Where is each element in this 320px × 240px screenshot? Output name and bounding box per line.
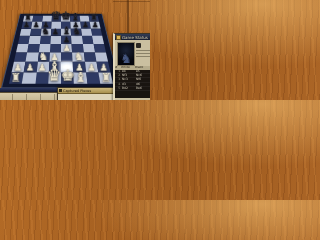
game-status-window[interactable]: Game Status ♞ # White Black 1.e4e52.Nf3N… <box>113 33 150 100</box>
piece-white-n: ♞ <box>74 51 84 62</box>
game-status-titlebar[interactable]: Game Status <box>115 34 150 40</box>
move-cell: 5. <box>115 87 122 90</box>
square-c7[interactable]: ♟ <box>41 22 51 29</box>
square-c6[interactable]: ♞ <box>40 29 51 36</box>
opponent-info <box>136 43 150 59</box>
board-frame: ♜♛♚♝♜♟♟♟♟♟♟♞♟♝♞♟♟♞♟♞♟♟♟♝♟♟♟♜♛♚♝♜ <box>1 14 121 88</box>
piece-black-r: ♜ <box>90 13 98 22</box>
square-c5[interactable] <box>39 36 50 44</box>
square-h4[interactable] <box>93 44 106 53</box>
piece-black-p: ♟ <box>52 28 59 36</box>
toolbar-separator <box>40 94 41 100</box>
panel-footer <box>115 98 150 100</box>
opponent-portrait: ♞ <box>117 42 135 66</box>
square-e5[interactable]: ♟ <box>61 36 72 44</box>
move-cell: Be6 <box>136 87 148 90</box>
piece-white-b: ♝ <box>49 59 61 72</box>
square-f1[interactable]: ♝ <box>73 72 87 83</box>
move-list[interactable]: # White Black 1.e4e52.Nf3Nc63.Nc3Nf64.d3… <box>115 66 150 98</box>
piece-white-p: ♟ <box>14 63 22 72</box>
piece-black-p: ♟ <box>92 21 99 28</box>
piece-white-p: ♟ <box>100 63 108 72</box>
bottom-toolbar[interactable] <box>0 92 57 100</box>
piece-white-n: ♞ <box>39 51 49 62</box>
square-g2[interactable]: ♟ <box>85 62 99 72</box>
piece-white-p: ♟ <box>88 63 96 72</box>
captured-pieces-title: Captured Pieces <box>63 89 91 93</box>
square-d3[interactable]: ♟ <box>49 52 61 61</box>
square-e6[interactable]: ♝ <box>61 29 71 36</box>
piece-black-q: ♛ <box>51 10 61 21</box>
piece-white-b: ♝ <box>74 70 86 84</box>
square-e2[interactable] <box>61 62 73 72</box>
square-a2[interactable]: ♟ <box>12 62 26 72</box>
crest-icon <box>136 43 141 48</box>
chessmaster-screen: { "game": { "name": "chess", "view": "3d… <box>0 0 150 100</box>
square-e7[interactable] <box>61 22 71 29</box>
chess-board-scene: ♜♛♚♝♜♟♟♟♟♟♟♞♟♝♞♟♟♞♟♞♟♟♟♝♟♟♟♜♛♚♝♜ <box>1 14 121 88</box>
piece-black-n: ♞ <box>72 27 80 36</box>
square-e1[interactable]: ♚ <box>61 72 74 83</box>
piece-white-p: ♟ <box>75 63 83 72</box>
square-b2[interactable]: ♟ <box>24 62 38 72</box>
square-d6[interactable]: ♟ <box>51 29 61 36</box>
piece-white-r: ♜ <box>101 72 112 84</box>
game-status-title: Game Status <box>122 35 148 40</box>
square-h6[interactable] <box>91 29 103 36</box>
toolbar-separator <box>12 94 13 100</box>
piece-white-p: ♟ <box>26 63 34 72</box>
window-icon <box>59 89 62 92</box>
wood-seam <box>127 0 129 34</box>
chess-board[interactable]: ♜♛♚♝♜♟♟♟♟♟♟♞♟♝♞♟♟♞♟♞♟♟♟♝♟♟♟♜♛♚♝♜ <box>9 16 113 84</box>
move-row[interactable]: 5.Bd2Be6 <box>115 87 150 91</box>
captured-pieces-window[interactable]: Captured Pieces <box>57 87 116 100</box>
square-c2[interactable]: ♟ <box>36 62 49 72</box>
piece-white-r: ♜ <box>10 72 21 84</box>
square-c3[interactable]: ♞ <box>37 52 49 61</box>
square-d4[interactable] <box>50 44 61 53</box>
info-line <box>136 56 150 58</box>
window-icon <box>116 35 121 40</box>
piece-black-p: ♟ <box>33 21 40 28</box>
square-h5[interactable] <box>92 36 104 44</box>
square-h1[interactable]: ♜ <box>98 72 113 83</box>
square-h2[interactable]: ♟ <box>96 62 110 72</box>
square-d5[interactable] <box>50 36 61 44</box>
piece-black-p: ♟ <box>72 21 79 28</box>
piece-black-r: ♜ <box>24 13 32 22</box>
piece-white-p: ♟ <box>38 63 46 72</box>
square-f2[interactable]: ♟ <box>73 62 86 72</box>
info-line <box>136 50 150 52</box>
square-d7[interactable] <box>51 22 61 29</box>
toolbar-separator <box>54 94 55 100</box>
piece-black-n: ♞ <box>41 27 49 36</box>
square-e4[interactable]: ♟ <box>61 44 72 53</box>
square-c4[interactable] <box>39 44 51 53</box>
square-c1[interactable] <box>35 72 49 83</box>
square-d2[interactable]: ♝ <box>49 62 61 72</box>
square-g1[interactable] <box>86 72 100 83</box>
knight-bust-icon: ♞ <box>120 52 132 65</box>
move-cell: Bd2 <box>122 87 136 90</box>
toolbar-separator <box>26 94 27 100</box>
piece-black-p: ♟ <box>23 21 30 28</box>
piece-black-b: ♝ <box>71 12 80 22</box>
move-rows: 1.e4e52.Nf3Nc63.Nc3Nf64.d3d65.Bd2Be6 <box>115 70 150 92</box>
captured-pieces-titlebar[interactable]: Captured Pieces <box>58 88 115 94</box>
piece-black-p: ♟ <box>82 21 89 28</box>
piece-black-p: ♟ <box>63 36 70 44</box>
wood-seam <box>113 1 150 2</box>
piece-white-p: ♟ <box>51 53 59 62</box>
info-line <box>136 53 150 55</box>
piece-white-p: ♟ <box>63 44 71 52</box>
square-h3[interactable] <box>95 52 108 61</box>
square-e3[interactable] <box>61 52 73 61</box>
square-h7[interactable]: ♟ <box>90 22 101 29</box>
square-d1[interactable]: ♛ <box>48 72 61 83</box>
piece-black-p: ♟ <box>43 21 50 28</box>
